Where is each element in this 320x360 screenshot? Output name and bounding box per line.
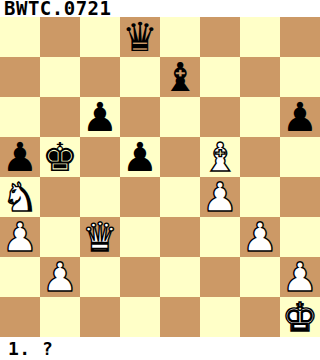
square-b6[interactable] <box>40 97 80 137</box>
chess-puzzle-app: BWTC.0721 ♛♝♟♟♟♚♟♝♞♟♟♛♟♟♟♚ 1. ? <box>0 0 320 360</box>
square-e8[interactable] <box>160 17 200 57</box>
square-c1[interactable] <box>80 297 120 337</box>
square-f8[interactable] <box>200 17 240 57</box>
square-e6[interactable] <box>160 97 200 137</box>
black-king[interactable]: ♚ <box>42 137 78 177</box>
white-bishop[interactable]: ♝ <box>202 137 238 177</box>
square-g2[interactable] <box>240 257 280 297</box>
square-c8[interactable] <box>80 17 120 57</box>
square-a6[interactable] <box>0 97 40 137</box>
white-queen[interactable]: ♛ <box>82 217 118 257</box>
square-f5[interactable]: ♝ <box>200 137 240 177</box>
move-prompt: 1. ? <box>0 337 320 360</box>
square-b5[interactable]: ♚ <box>40 137 80 177</box>
square-e5[interactable] <box>160 137 200 177</box>
square-e1[interactable] <box>160 297 200 337</box>
square-f2[interactable] <box>200 257 240 297</box>
white-pawn[interactable]: ♟ <box>202 177 238 217</box>
square-a2[interactable] <box>0 257 40 297</box>
puzzle-id: BWTC.0721 <box>0 0 320 17</box>
square-d2[interactable] <box>120 257 160 297</box>
square-h4[interactable] <box>280 177 320 217</box>
black-pawn[interactable]: ♟ <box>282 97 318 137</box>
square-h5[interactable] <box>280 137 320 177</box>
square-f6[interactable] <box>200 97 240 137</box>
square-b2[interactable]: ♟ <box>40 257 80 297</box>
square-b3[interactable] <box>40 217 80 257</box>
square-a7[interactable] <box>0 57 40 97</box>
square-f4[interactable]: ♟ <box>200 177 240 217</box>
square-a4[interactable]: ♞ <box>0 177 40 217</box>
square-f7[interactable] <box>200 57 240 97</box>
square-e3[interactable] <box>160 217 200 257</box>
square-d3[interactable] <box>120 217 160 257</box>
square-g6[interactable] <box>240 97 280 137</box>
white-pawn[interactable]: ♟ <box>2 217 38 257</box>
square-h2[interactable]: ♟ <box>280 257 320 297</box>
square-g7[interactable] <box>240 57 280 97</box>
square-c6[interactable]: ♟ <box>80 97 120 137</box>
square-f1[interactable] <box>200 297 240 337</box>
square-b1[interactable] <box>40 297 80 337</box>
square-h8[interactable] <box>280 17 320 57</box>
square-g5[interactable] <box>240 137 280 177</box>
square-h1[interactable]: ♚ <box>280 297 320 337</box>
white-pawn[interactable]: ♟ <box>242 217 278 257</box>
square-a5[interactable]: ♟ <box>0 137 40 177</box>
square-g3[interactable]: ♟ <box>240 217 280 257</box>
square-e4[interactable] <box>160 177 200 217</box>
square-c2[interactable] <box>80 257 120 297</box>
square-a3[interactable]: ♟ <box>0 217 40 257</box>
square-b8[interactable] <box>40 17 80 57</box>
square-f3[interactable] <box>200 217 240 257</box>
square-d4[interactable] <box>120 177 160 217</box>
black-pawn[interactable]: ♟ <box>82 97 118 137</box>
white-knight[interactable]: ♞ <box>2 177 38 217</box>
square-h3[interactable] <box>280 217 320 257</box>
square-c4[interactable] <box>80 177 120 217</box>
square-g8[interactable] <box>240 17 280 57</box>
square-b4[interactable] <box>40 177 80 217</box>
square-h7[interactable] <box>280 57 320 97</box>
black-pawn[interactable]: ♟ <box>2 137 38 177</box>
square-a1[interactable] <box>0 297 40 337</box>
square-b7[interactable] <box>40 57 80 97</box>
square-c5[interactable] <box>80 137 120 177</box>
square-a8[interactable] <box>0 17 40 57</box>
square-c7[interactable] <box>80 57 120 97</box>
square-g4[interactable] <box>240 177 280 217</box>
black-queen[interactable]: ♛ <box>122 17 158 57</box>
white-pawn[interactable]: ♟ <box>42 257 78 297</box>
black-bishop[interactable]: ♝ <box>162 57 198 97</box>
square-d1[interactable] <box>120 297 160 337</box>
square-d8[interactable]: ♛ <box>120 17 160 57</box>
square-d7[interactable] <box>120 57 160 97</box>
black-pawn[interactable]: ♟ <box>122 137 158 177</box>
square-g1[interactable] <box>240 297 280 337</box>
square-h6[interactable]: ♟ <box>280 97 320 137</box>
white-king[interactable]: ♚ <box>282 297 318 337</box>
square-e2[interactable] <box>160 257 200 297</box>
white-pawn[interactable]: ♟ <box>282 257 318 297</box>
square-d6[interactable] <box>120 97 160 137</box>
chess-board: ♛♝♟♟♟♚♟♝♞♟♟♛♟♟♟♚ <box>0 17 320 337</box>
square-c3[interactable]: ♛ <box>80 217 120 257</box>
square-e7[interactable]: ♝ <box>160 57 200 97</box>
square-d5[interactable]: ♟ <box>120 137 160 177</box>
